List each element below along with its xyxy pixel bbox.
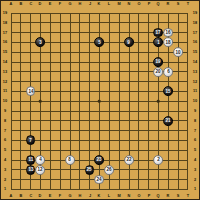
move-number: 2	[157, 158, 160, 163]
stone-black-1[interactable]: 1	[153, 37, 163, 47]
grid-line-vertical	[178, 13, 179, 189]
column-label-top: T	[187, 2, 189, 6]
stone-white-12[interactable]: 12	[36, 165, 46, 175]
column-label-top: N	[127, 2, 130, 6]
move-number: 11	[28, 158, 33, 163]
move-number: 8	[69, 158, 72, 163]
column-label-bottom: P	[147, 194, 150, 198]
row-label-left: 6	[4, 138, 6, 142]
stone-black-23[interactable]: 23	[95, 155, 105, 165]
column-label-bottom: O	[137, 194, 140, 198]
row-label-right: 16	[193, 40, 197, 44]
move-number: 24	[97, 177, 102, 182]
column-label-top: E	[49, 2, 52, 6]
row-label-left: 12	[2, 80, 6, 84]
grid-line-horizontal	[11, 140, 188, 141]
star-point	[98, 100, 101, 103]
stone-black-9[interactable]: 9	[124, 37, 134, 47]
stone-white-16[interactable]: 16	[163, 28, 173, 38]
column-label-top: P	[147, 2, 150, 6]
stone-white-4[interactable]: 4	[36, 155, 46, 165]
row-label-left: 19	[2, 11, 6, 15]
row-label-left: 9	[4, 109, 6, 113]
column-label-bottom: N	[127, 194, 130, 198]
stone-white-22[interactable]: 22	[124, 155, 134, 165]
row-label-left: 2	[4, 178, 6, 182]
grid-line-horizontal	[11, 189, 188, 190]
grid-line-horizontal	[11, 150, 188, 151]
row-label-left: 11	[3, 89, 7, 93]
move-number: 15	[166, 89, 171, 94]
row-label-right: 11	[193, 89, 197, 93]
column-label-bottom: S	[177, 194, 180, 198]
column-label-top: O	[137, 2, 140, 6]
row-label-right: 8	[194, 119, 196, 123]
stone-white-18[interactable]: 18	[163, 37, 173, 47]
column-label-top: S	[177, 2, 180, 6]
row-label-right: 4	[194, 158, 196, 162]
row-label-right: 7	[194, 129, 196, 133]
move-number: 17	[156, 30, 161, 35]
move-number: 20	[156, 70, 161, 75]
stone-black-5[interactable]: 5	[95, 37, 105, 47]
stone-white-2[interactable]: 2	[153, 155, 163, 165]
row-label-right: 1	[194, 187, 196, 191]
move-number: 10	[175, 50, 180, 55]
grid-line-vertical	[119, 13, 120, 189]
star-point	[39, 100, 42, 103]
column-label-bottom: Q	[157, 194, 160, 198]
move-number: 14	[28, 89, 33, 94]
column-label-top: R	[167, 2, 170, 6]
row-label-left: 5	[4, 148, 6, 152]
row-label-right: 14	[193, 60, 197, 64]
column-label-bottom: T	[187, 194, 189, 198]
move-number: 25	[87, 168, 92, 173]
stone-white-8[interactable]: 8	[65, 155, 75, 165]
move-number: 6	[167, 70, 170, 75]
column-label-bottom: A	[10, 194, 13, 198]
column-label-bottom: E	[49, 194, 52, 198]
stone-black-15[interactable]: 15	[163, 86, 173, 96]
column-label-bottom: H	[78, 194, 81, 198]
row-label-left: 15	[2, 50, 6, 54]
column-label-top: J	[89, 2, 91, 6]
column-label-top: Q	[157, 2, 160, 6]
column-label-bottom: F	[59, 194, 61, 198]
move-number: 18	[166, 40, 171, 45]
move-number: 21	[166, 119, 171, 124]
move-number: 12	[38, 168, 43, 173]
row-label-left: 18	[2, 21, 6, 25]
row-label-left: 1	[4, 187, 6, 191]
row-label-left: 16	[2, 40, 6, 44]
grid-line-vertical	[148, 13, 149, 189]
move-number: 22	[126, 158, 131, 163]
stone-white-20[interactable]: 20	[153, 67, 163, 77]
move-number: 23	[97, 158, 102, 163]
column-label-bottom: J	[89, 194, 91, 198]
move-number: 7	[29, 138, 32, 143]
grid-line-horizontal	[11, 120, 188, 121]
column-label-top: C	[29, 2, 32, 6]
stone-black-17[interactable]: 17	[153, 28, 163, 38]
column-label-top: K	[98, 2, 101, 6]
stone-white-14[interactable]: 14	[26, 86, 36, 96]
stone-black-25[interactable]: 25	[85, 165, 95, 175]
row-label-left: 14	[2, 60, 6, 64]
row-label-right: 19	[193, 11, 197, 15]
column-label-top: B	[19, 2, 22, 6]
column-label-bottom: L	[108, 194, 110, 198]
move-number: 16	[166, 30, 171, 35]
move-number: 1	[157, 40, 160, 45]
grid-line-horizontal	[11, 111, 188, 112]
go-board[interactable]: AABBCCDDEEFFGGHHJJKKLLMMNNOOPPQQRRSSTT19…	[0, 0, 200, 200]
stone-white-10[interactable]: 10	[173, 47, 183, 57]
column-label-top: M	[117, 2, 120, 6]
column-label-top: G	[68, 2, 71, 6]
column-label-bottom: R	[167, 194, 170, 198]
column-label-top: D	[39, 2, 42, 6]
grid-line-vertical	[138, 13, 139, 189]
move-number: 3	[39, 40, 42, 45]
row-label-left: 4	[4, 158, 6, 162]
star-point	[157, 100, 160, 103]
row-label-left: 8	[4, 119, 6, 123]
stone-white-6[interactable]: 6	[163, 67, 173, 77]
row-label-right: 9	[194, 109, 196, 113]
column-label-bottom: K	[98, 194, 101, 198]
stone-black-7[interactable]: 7	[26, 135, 36, 145]
stone-white-24[interactable]: 24	[95, 175, 105, 185]
row-label-left: 17	[2, 31, 6, 35]
move-number: 19	[156, 60, 161, 65]
grid-line-horizontal	[11, 130, 188, 131]
column-label-top: A	[10, 2, 13, 6]
row-label-left: 10	[2, 99, 6, 103]
stone-black-11[interactable]: 11	[26, 155, 36, 165]
stone-white-26[interactable]: 26	[104, 165, 114, 175]
grid-line-vertical	[109, 13, 110, 189]
column-label-top: H	[78, 2, 81, 6]
row-label-right: 15	[193, 50, 197, 54]
move-number: 13	[28, 168, 33, 173]
stone-black-21[interactable]: 21	[163, 116, 173, 126]
column-label-bottom: D	[39, 194, 42, 198]
move-number: 9	[128, 40, 131, 45]
row-label-right: 6	[194, 138, 196, 142]
move-number: 4	[39, 158, 42, 163]
column-label-bottom: C	[29, 194, 32, 198]
row-label-right: 5	[194, 148, 196, 152]
row-label-right: 2	[194, 178, 196, 182]
row-label-left: 13	[2, 70, 6, 74]
move-number: 5	[98, 40, 101, 45]
stone-black-3[interactable]: 3	[36, 37, 46, 47]
row-label-left: 3	[4, 168, 6, 172]
row-label-left: 7	[4, 129, 6, 133]
row-label-right: 10	[193, 99, 197, 103]
column-label-bottom: B	[19, 194, 22, 198]
column-label-top: L	[108, 2, 110, 6]
stone-black-13[interactable]: 13	[26, 165, 36, 175]
row-label-right: 13	[193, 70, 197, 74]
grid-line-vertical	[187, 13, 188, 189]
row-label-right: 12	[193, 80, 197, 84]
column-label-bottom: M	[117, 194, 120, 198]
row-label-right: 3	[194, 168, 196, 172]
row-label-right: 18	[193, 21, 197, 25]
row-label-right: 17	[193, 31, 197, 35]
column-label-bottom: G	[68, 194, 71, 198]
move-number: 26	[107, 168, 112, 173]
column-label-top: F	[59, 2, 61, 6]
stone-black-19[interactable]: 19	[153, 57, 163, 67]
